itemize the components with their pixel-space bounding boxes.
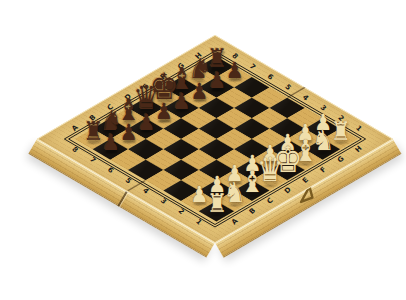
piece-white-rook-a1[interactable]: ♜ [201, 191, 231, 217]
board-perspective-wrapper: ♜♞♝♛♚♝♞♜♟♟♟♟♟♟♟♟♟♟♟♟♟♟♟♟♜♞♝♛♚♝♞♜ AABBCCD… [89, 65, 341, 212]
scene: ♜♞♝♛♚♝♞♜♟♟♟♟♟♟♟♟♟♟♟♟♟♟♟♟♜♞♝♛♚♝♞♜ AABBCCD… [0, 0, 406, 300]
piece-black-pawn-a7[interactable]: ♟ [95, 132, 125, 154]
chess-board: ♜♞♝♛♚♝♞♜♟♟♟♟♟♟♟♟♟♟♟♟♟♟♟♟♜♞♝♛♚♝♞♜ AABBCCD… [37, 35, 393, 243]
board-grid: ♜♞♝♛♚♝♞♜♟♟♟♟♟♟♟♟♟♟♟♟♟♟♟♟♜♞♝♛♚♝♞♜ [75, 56, 358, 221]
